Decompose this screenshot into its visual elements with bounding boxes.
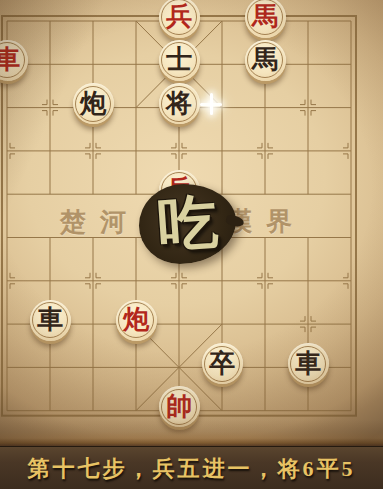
piece-glyph: 車 — [295, 351, 321, 377]
piece-red-pawn[interactable]: 兵 — [159, 0, 200, 38]
piece-glyph: 士 — [166, 47, 192, 73]
xiangqi-board: 楚河 漢界 兵馬車士馬炮将兵車炮卒車帥 吃 — [0, 0, 383, 446]
capture-badge-text: 吃 — [155, 182, 221, 267]
piece-black-general[interactable]: 将 — [159, 83, 200, 124]
piece-glyph: 兵 — [166, 4, 192, 30]
piece-black-chariot[interactable]: 車 — [288, 343, 329, 384]
piece-black-horse[interactable]: 馬 — [245, 40, 286, 81]
piece-black-chariot[interactable]: 車 — [30, 300, 71, 341]
piece-red-chariot[interactable]: 車 — [0, 40, 28, 81]
move-caption-bar: 第十七步，兵五进一，将6平5 — [0, 446, 383, 489]
piece-red-cannon[interactable]: 炮 — [116, 300, 157, 341]
piece-glyph: 車 — [0, 47, 20, 73]
piece-glyph: 馬 — [252, 47, 278, 73]
piece-glyph: 車 — [37, 307, 63, 333]
move-caption: 第十七步，兵五进一，将6平5 — [28, 454, 356, 484]
piece-red-horse[interactable]: 馬 — [245, 0, 286, 38]
board-frame-edge — [0, 420, 383, 446]
piece-glyph: 炮 — [80, 91, 106, 117]
piece-glyph: 卒 — [209, 351, 235, 377]
piece-black-pawn[interactable]: 卒 — [202, 343, 243, 384]
piece-glyph: 将 — [166, 91, 192, 117]
piece-glyph: 炮 — [123, 307, 149, 333]
piece-glyph: 帥 — [166, 394, 192, 420]
xiangqi-app: 楚河 漢界 兵馬車士馬炮将兵車炮卒車帥 吃 第十七步，兵五进一，将6平5 — [0, 0, 383, 489]
piece-glyph: 馬 — [252, 4, 278, 30]
piece-black-advisor[interactable]: 士 — [159, 40, 200, 81]
piece-black-cannon[interactable]: 炮 — [73, 83, 114, 124]
